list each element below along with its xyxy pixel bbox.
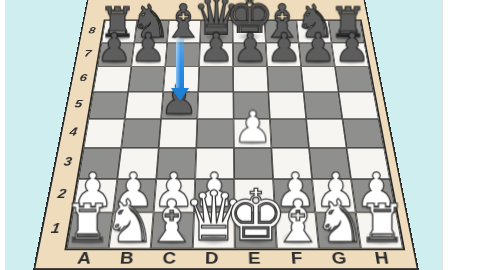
file-labels: ABCDEFGH bbox=[61, 247, 405, 270]
square-d1: ♛ bbox=[193, 212, 235, 248]
square-g8: ♞ bbox=[296, 21, 331, 43]
square-a3 bbox=[78, 148, 121, 179]
square-b5 bbox=[125, 92, 163, 119]
square-e1: ♚ bbox=[234, 212, 276, 248]
square-d6 bbox=[198, 67, 233, 92]
square-f7: ♟ bbox=[266, 43, 301, 67]
square-h3 bbox=[347, 148, 390, 179]
square-a2: ♟ bbox=[73, 179, 118, 212]
square-b2: ♟ bbox=[113, 179, 156, 212]
square-b7: ♟ bbox=[131, 43, 167, 67]
square-f5 bbox=[268, 92, 306, 119]
square-a5 bbox=[88, 92, 128, 119]
file-label-d: D bbox=[190, 247, 233, 270]
square-h7: ♟ bbox=[332, 43, 369, 67]
square-g6 bbox=[301, 67, 339, 92]
file-label-b: B bbox=[104, 247, 149, 270]
chess-illustration: 87654321 ABCDEFGH ♜♞♝♛♚♝♞♜♟♟♟♟♟♟♟♟♟♟♟♟♟♟… bbox=[0, 0, 480, 270]
square-h5 bbox=[339, 92, 379, 119]
square-e2 bbox=[234, 179, 275, 212]
square-e4: ♟ bbox=[234, 119, 272, 148]
square-b8: ♞ bbox=[134, 21, 169, 43]
rank-label-4: 4 bbox=[59, 118, 87, 147]
square-d5 bbox=[197, 92, 233, 119]
square-b4 bbox=[121, 119, 161, 148]
board-frame: 87654321 ABCDEFGH ♜♞♝♛♚♝♞♜♟♟♟♟♟♟♟♟♟♟♟♟♟♟… bbox=[33, 0, 419, 270]
square-g2: ♟ bbox=[312, 179, 356, 212]
file-label-e: E bbox=[233, 247, 276, 270]
square-f2: ♟ bbox=[273, 179, 315, 212]
square-f1: ♝ bbox=[275, 212, 319, 248]
square-g3 bbox=[309, 148, 351, 179]
square-g4 bbox=[306, 119, 346, 148]
square-a1: ♜ bbox=[67, 212, 114, 248]
square-b6 bbox=[128, 67, 165, 92]
square-c2: ♟ bbox=[154, 179, 196, 212]
file-label-a: A bbox=[61, 247, 107, 270]
square-f8: ♝ bbox=[265, 21, 299, 43]
piece-white-pawn: ♟ bbox=[345, 167, 408, 214]
file-label-h: H bbox=[359, 247, 405, 270]
square-h1: ♜ bbox=[356, 212, 403, 248]
square-e7: ♟ bbox=[233, 43, 267, 67]
square-g7: ♟ bbox=[299, 43, 335, 67]
page-margin bbox=[442, 0, 480, 270]
square-h8: ♜ bbox=[328, 21, 364, 43]
square-b1: ♞ bbox=[109, 212, 154, 248]
square-f4 bbox=[270, 119, 309, 148]
square-a4 bbox=[84, 119, 125, 148]
square-e3 bbox=[234, 148, 273, 179]
arrow-beam bbox=[176, 36, 184, 91]
square-f3 bbox=[271, 148, 312, 179]
arrow-head-icon bbox=[171, 88, 189, 101]
square-d2: ♟ bbox=[194, 179, 234, 212]
square-e6 bbox=[233, 67, 268, 92]
square-c3 bbox=[156, 148, 196, 179]
square-a6 bbox=[93, 67, 131, 92]
square-h2: ♟ bbox=[351, 179, 396, 212]
square-h6 bbox=[335, 67, 374, 92]
piece-black-rook: ♜ bbox=[323, 3, 374, 44]
square-g5 bbox=[303, 92, 342, 119]
move-arrow bbox=[171, 36, 189, 102]
square-e8: ♚ bbox=[233, 21, 266, 43]
square-g1: ♞ bbox=[315, 212, 361, 248]
file-label-g: G bbox=[317, 247, 362, 270]
square-f6 bbox=[267, 67, 303, 92]
square-e5 bbox=[233, 92, 270, 119]
file-label-f: F bbox=[275, 247, 319, 270]
file-label-c: C bbox=[147, 247, 191, 270]
square-d7: ♟ bbox=[199, 43, 233, 67]
square-c4 bbox=[159, 119, 198, 148]
square-d8: ♛ bbox=[200, 21, 233, 43]
square-d3 bbox=[195, 148, 234, 179]
square-h4 bbox=[342, 119, 384, 148]
board-grid: ♜♞♝♛♚♝♞♜♟♟♟♟♟♟♟♟♟♟♟♟♟♟♟♟♜♞♝♛♚♝♞♜ bbox=[64, 20, 405, 251]
square-a8: ♜ bbox=[101, 21, 137, 43]
square-c1: ♝ bbox=[151, 212, 194, 248]
square-a7: ♟ bbox=[97, 43, 134, 67]
square-b3 bbox=[117, 148, 158, 179]
chess-board: 87654321 ABCDEFGH ♜♞♝♛♚♝♞♜♟♟♟♟♟♟♟♟♟♟♟♟♟♟… bbox=[33, 0, 419, 270]
square-d4 bbox=[196, 119, 234, 148]
